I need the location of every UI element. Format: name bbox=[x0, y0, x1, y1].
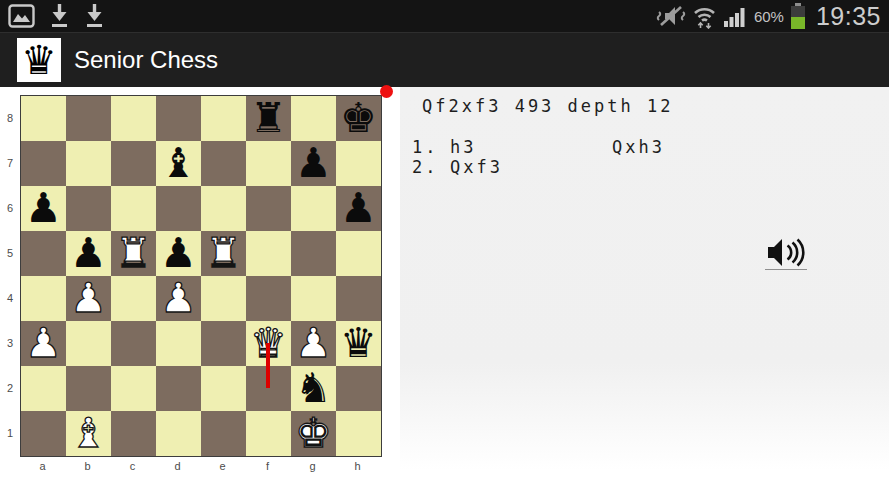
black-pawn-a6: ♟ bbox=[21, 186, 66, 231]
file-label-h: h bbox=[335, 460, 380, 474]
white-king-g1: ♚ bbox=[291, 411, 336, 456]
wifi-updown-icon bbox=[692, 4, 717, 29]
square-e8[interactable] bbox=[201, 96, 246, 141]
square-a3[interactable]: ♟ bbox=[21, 321, 66, 366]
black-pawn-b5: ♟ bbox=[66, 231, 111, 276]
square-h7[interactable] bbox=[336, 141, 381, 186]
move-row: 1.h3Qxh3 bbox=[400, 137, 889, 157]
square-c2[interactable] bbox=[111, 366, 156, 411]
square-f6[interactable] bbox=[246, 186, 291, 231]
white-bishop-b1: ♝ bbox=[66, 411, 111, 456]
file-label-f: f bbox=[245, 460, 290, 474]
mute-vibrate-icon bbox=[656, 4, 686, 28]
square-b7[interactable] bbox=[66, 141, 111, 186]
white-move: Qxf3 bbox=[450, 157, 612, 177]
square-b5[interactable]: ♟ bbox=[66, 231, 111, 276]
square-h3[interactable]: ♛ bbox=[336, 321, 381, 366]
download-icon bbox=[49, 3, 70, 29]
app-title: Senior Chess bbox=[74, 46, 218, 74]
battery-icon bbox=[790, 3, 806, 30]
square-c8[interactable] bbox=[111, 96, 156, 141]
square-a6[interactable]: ♟ bbox=[21, 186, 66, 231]
download-icon bbox=[84, 3, 105, 29]
speaker-sound-icon bbox=[766, 236, 806, 269]
white-pawn-g3: ♟ bbox=[291, 321, 336, 366]
square-g1[interactable]: ♚ bbox=[291, 411, 336, 456]
square-g2[interactable]: ♞ bbox=[291, 366, 336, 411]
file-label-d: d bbox=[155, 460, 200, 474]
square-d3[interactable] bbox=[156, 321, 201, 366]
square-f1[interactable] bbox=[246, 411, 291, 456]
square-b4[interactable]: ♟ bbox=[66, 276, 111, 321]
square-d8[interactable] bbox=[156, 96, 201, 141]
clock: 19:35 bbox=[816, 2, 881, 31]
queen-glyph: ♛ bbox=[21, 40, 57, 80]
square-h5[interactable] bbox=[336, 231, 381, 276]
square-e6[interactable] bbox=[201, 186, 246, 231]
signal-strength-icon bbox=[723, 6, 746, 27]
gallery-notification-icon bbox=[8, 4, 35, 28]
square-a5[interactable] bbox=[21, 231, 66, 276]
file-label-b: b bbox=[65, 460, 110, 474]
white-pawn-d4: ♟ bbox=[156, 276, 201, 321]
square-h4[interactable] bbox=[336, 276, 381, 321]
square-g7[interactable]: ♟ bbox=[291, 141, 336, 186]
square-f7[interactable] bbox=[246, 141, 291, 186]
move-hint-line bbox=[266, 343, 270, 388]
square-a8[interactable] bbox=[21, 96, 66, 141]
white-pawn-a3: ♟ bbox=[21, 321, 66, 366]
square-f8[interactable]: ♜ bbox=[246, 96, 291, 141]
sound-toggle-button[interactable] bbox=[765, 233, 807, 270]
file-label-g: g bbox=[290, 460, 335, 474]
square-e4[interactable] bbox=[201, 276, 246, 321]
square-g8[interactable] bbox=[291, 96, 336, 141]
square-c4[interactable] bbox=[111, 276, 156, 321]
black-rook-f8: ♜ bbox=[246, 96, 291, 141]
square-a1[interactable] bbox=[21, 411, 66, 456]
square-d1[interactable] bbox=[156, 411, 201, 456]
move-row: 2.Qxf3 bbox=[400, 157, 889, 177]
rank-label-1: 1 bbox=[0, 410, 20, 455]
black-pawn-g7: ♟ bbox=[291, 141, 336, 186]
square-c6[interactable] bbox=[111, 186, 156, 231]
battery-percent: 60% bbox=[754, 8, 784, 25]
square-g4[interactable] bbox=[291, 276, 336, 321]
status-bar: 60% 19:35 bbox=[0, 0, 889, 32]
rank-label-6: 6 bbox=[0, 185, 20, 230]
notification-icons bbox=[8, 3, 105, 29]
square-d7[interactable]: ♝ bbox=[156, 141, 201, 186]
square-h1[interactable] bbox=[336, 411, 381, 456]
square-d6[interactable] bbox=[156, 186, 201, 231]
square-b3[interactable] bbox=[66, 321, 111, 366]
square-e7[interactable] bbox=[201, 141, 246, 186]
square-f5[interactable] bbox=[246, 231, 291, 276]
square-e1[interactable] bbox=[201, 411, 246, 456]
rank-label-2: 2 bbox=[0, 365, 20, 410]
white-rook-c5: ♜ bbox=[111, 231, 156, 276]
black-pawn-d5: ♟ bbox=[156, 231, 201, 276]
move-number: 2. bbox=[412, 157, 450, 177]
square-g3[interactable]: ♟ bbox=[291, 321, 336, 366]
square-g5[interactable] bbox=[291, 231, 336, 276]
black-pawn-h6: ♟ bbox=[336, 186, 381, 231]
rank-label-3: 3 bbox=[0, 320, 20, 365]
square-d5[interactable]: ♟ bbox=[156, 231, 201, 276]
system-status-icons: 60% 19:35 bbox=[656, 2, 881, 31]
square-b8[interactable] bbox=[66, 96, 111, 141]
square-d4[interactable]: ♟ bbox=[156, 276, 201, 321]
engine-evaluation: Qf2xf3 493 depth 12 bbox=[400, 87, 889, 116]
rank-labels: 87654321 bbox=[0, 95, 20, 455]
square-e2[interactable] bbox=[201, 366, 246, 411]
file-label-c: c bbox=[110, 460, 155, 474]
file-label-e: e bbox=[200, 460, 245, 474]
square-f4[interactable] bbox=[246, 276, 291, 321]
square-h6[interactable]: ♟ bbox=[336, 186, 381, 231]
move-number: 1. bbox=[412, 137, 450, 157]
white-rook-e5: ♜ bbox=[201, 231, 246, 276]
square-b2[interactable] bbox=[66, 366, 111, 411]
black-queen-h3: ♛ bbox=[336, 321, 381, 366]
analysis-panel: Qf2xf3 493 depth 12 1.h3Qxh32.Qxf3 bbox=[400, 87, 889, 470]
black-move: Qxh3 bbox=[612, 137, 665, 157]
rank-label-7: 7 bbox=[0, 140, 20, 185]
file-label-a: a bbox=[20, 460, 65, 474]
white-move: h3 bbox=[450, 137, 612, 157]
rank-label-4: 4 bbox=[0, 275, 20, 320]
black-king-h8: ♚ bbox=[336, 96, 381, 141]
square-e5[interactable]: ♜ bbox=[201, 231, 246, 276]
square-a4[interactable] bbox=[21, 276, 66, 321]
square-e3[interactable] bbox=[201, 321, 246, 366]
square-a7[interactable] bbox=[21, 141, 66, 186]
square-a2[interactable] bbox=[21, 366, 66, 411]
square-c1[interactable] bbox=[111, 411, 156, 456]
black-knight-g2: ♞ bbox=[291, 366, 336, 411]
black-bishop-d7: ♝ bbox=[156, 141, 201, 186]
move-list: 1.h3Qxh32.Qxf3 bbox=[400, 137, 889, 177]
rank-label-5: 5 bbox=[0, 230, 20, 275]
app-bar: ♛ Senior Chess bbox=[0, 32, 889, 87]
app-logo-queen-icon: ♛ bbox=[17, 38, 61, 82]
file-labels: abcdefgh bbox=[20, 460, 382, 474]
main-content: 87654321 ♜♚♝♟♟♟♟♜♟♜♟♟♟♛♟♛♞♝♚ abcdefgh Qf… bbox=[0, 87, 889, 500]
square-h8[interactable]: ♚ bbox=[336, 96, 381, 141]
square-c5[interactable]: ♜ bbox=[111, 231, 156, 276]
chess-board[interactable]: ♜♚♝♟♟♟♟♜♟♜♟♟♟♛♟♛♞♝♚ bbox=[20, 95, 382, 457]
square-h2[interactable] bbox=[336, 366, 381, 411]
engine-busy-dot bbox=[380, 85, 393, 98]
senior-chess-app: 60% 19:35 ♛ Senior Chess 87654321 ♜♚♝♟♟♟… bbox=[0, 0, 889, 500]
square-d2[interactable] bbox=[156, 366, 201, 411]
square-g6[interactable] bbox=[291, 186, 336, 231]
rank-label-8: 8 bbox=[0, 95, 20, 140]
square-c3[interactable] bbox=[111, 321, 156, 366]
square-b1[interactable]: ♝ bbox=[66, 411, 111, 456]
white-pawn-b4: ♟ bbox=[66, 276, 111, 321]
square-b6[interactable] bbox=[66, 186, 111, 231]
square-c7[interactable] bbox=[111, 141, 156, 186]
